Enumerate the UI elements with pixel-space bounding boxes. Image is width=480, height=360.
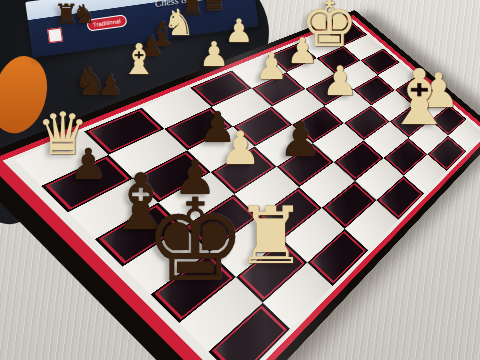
piece-white-pawn[interactable]: ♟ xyxy=(255,49,288,86)
piece-black-pawn[interactable]: ♟ xyxy=(97,72,122,100)
piece-black-king[interactable]: ♚ xyxy=(144,185,246,299)
piece-white-pawn[interactable]: ♟ xyxy=(322,61,359,102)
piece-white-pawn[interactable]: ♟ xyxy=(287,33,319,69)
piece-white-bishop[interactable]: ♝ xyxy=(120,39,158,81)
piece-black-pawn[interactable]: ♟ xyxy=(69,144,107,187)
piece-black-rook[interactable]: ♜ xyxy=(53,1,78,29)
piece-white-pawn[interactable]: ♟ xyxy=(199,37,230,71)
piece-black-pawn[interactable]: ♟ xyxy=(279,116,322,164)
piece-white-bishop[interactable]: ♝ xyxy=(385,60,454,136)
piece-white-pawn[interactable]: ♟ xyxy=(220,124,261,170)
